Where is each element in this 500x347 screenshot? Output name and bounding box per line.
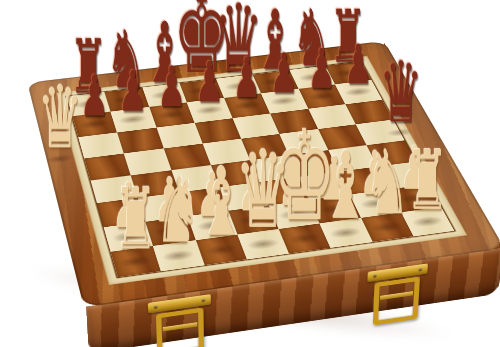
brass-latch-left [148,294,212,347]
latch-loop-icon [373,277,420,326]
board-3d-wrapper: ♜♞♝♚♛♝♞♜♟♟♟♟♟♟♟♟♟♟♟♟♟♟♟♟♜♞♝♛♚♝♞♜ ♛ ♛ [52,0,448,347]
black-queen-glyph: ♛ [367,50,435,134]
brass-latch-right [366,263,428,328]
white-queen-glyph: ♛ [25,74,95,160]
white-rook-glyph: ♜ [98,177,173,261]
latch-loop-icon [156,307,204,347]
folding-chess-box-top: ♜♞♝♚♛♝♞♜♟♟♟♟♟♟♟♟♟♟♟♟♟♟♟♟♜♞♝♛♚♝♞♜ ♛ ♛ [27,41,500,307]
piece-white-queen-extra[interactable]: ♛ [39,127,73,162]
chess-set-product-photo: ♜♞♝♚♛♝♞♜♟♟♟♟♟♟♟♟♟♟♟♟♟♟♟♟♜♞♝♛♚♝♞♜ ♛ ♛ [0,0,500,347]
